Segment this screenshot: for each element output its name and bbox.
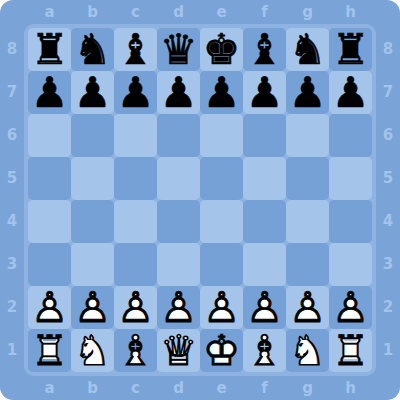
rank-labels-left: 87654321 xyxy=(0,28,24,372)
black-queen[interactable]: ♛ xyxy=(157,28,200,71)
square-c4[interactable] xyxy=(114,200,157,243)
square-b8[interactable]: ♞ xyxy=(71,28,114,71)
square-c7[interactable]: ♟ xyxy=(114,71,157,114)
black-pawn[interactable]: ♟ xyxy=(157,71,200,114)
rank-label-2-right: 2 xyxy=(376,286,400,329)
rank-label-3-right: 3 xyxy=(376,243,400,286)
square-f6[interactable] xyxy=(243,114,286,157)
white-piece-outline-glyph: ♖ xyxy=(329,329,372,372)
white-piece-outline-glyph: ♙ xyxy=(114,286,157,329)
white-pawn[interactable]: ♟♙ xyxy=(243,286,286,329)
file-label-b-bottom: b xyxy=(71,376,114,400)
square-a2[interactable]: ♟♙ xyxy=(28,286,71,329)
square-e2[interactable]: ♟♙ xyxy=(200,286,243,329)
black-pawn[interactable]: ♟ xyxy=(200,71,243,114)
white-piece-outline-glyph: ♙ xyxy=(28,286,71,329)
square-e7[interactable]: ♟ xyxy=(200,71,243,114)
chess-board[interactable]: ♜♞♝♛♚♝♞♜♟♟♟♟♟♟♟♟♟♙♟♙♟♙♟♙♟♙♟♙♟♙♟♙♜♖♞♘♝♗♛♕… xyxy=(28,28,372,372)
black-pawn[interactable]: ♟ xyxy=(329,71,372,114)
square-h2[interactable]: ♟♙ xyxy=(329,286,372,329)
white-queen[interactable]: ♛♕ xyxy=(157,329,200,372)
file-label-c-top: c xyxy=(114,0,157,24)
square-g4[interactable] xyxy=(286,200,329,243)
rank-label-2-left: 2 xyxy=(0,286,24,329)
black-piece-glyph: ♟ xyxy=(114,71,157,114)
white-piece-outline-glyph: ♙ xyxy=(329,286,372,329)
file-label-c-bottom: c xyxy=(114,376,157,400)
square-a6[interactable] xyxy=(28,114,71,157)
file-label-f-top: f xyxy=(243,0,286,24)
black-bishop[interactable]: ♝ xyxy=(243,28,286,71)
square-b4[interactable] xyxy=(71,200,114,243)
square-e6[interactable] xyxy=(200,114,243,157)
white-piece-outline-glyph: ♖ xyxy=(28,329,71,372)
rank-label-1-left: 1 xyxy=(0,329,24,372)
square-h3[interactable] xyxy=(329,243,372,286)
white-knight[interactable]: ♞♘ xyxy=(71,329,114,372)
rank-labels-right: 87654321 xyxy=(376,28,400,372)
white-pawn[interactable]: ♟♙ xyxy=(200,286,243,329)
square-d8[interactable]: ♛ xyxy=(157,28,200,71)
black-knight[interactable]: ♞ xyxy=(286,28,329,71)
rank-label-5-left: 5 xyxy=(0,157,24,200)
file-label-h-bottom: h xyxy=(329,376,372,400)
square-h4[interactable] xyxy=(329,200,372,243)
white-bishop[interactable]: ♝♗ xyxy=(243,329,286,372)
square-g6[interactable] xyxy=(286,114,329,157)
rank-label-5-right: 5 xyxy=(376,157,400,200)
square-f2[interactable]: ♟♙ xyxy=(243,286,286,329)
square-c5[interactable] xyxy=(114,157,157,200)
rank-label-4-right: 4 xyxy=(376,200,400,243)
square-b3[interactable] xyxy=(71,243,114,286)
white-rook[interactable]: ♜♖ xyxy=(329,329,372,372)
file-labels-bottom: abcdefgh xyxy=(28,376,372,400)
black-pawn[interactable]: ♟ xyxy=(71,71,114,114)
square-h7[interactable]: ♟ xyxy=(329,71,372,114)
black-piece-glyph: ♜ xyxy=(329,28,372,71)
black-king[interactable]: ♚ xyxy=(200,28,243,71)
rank-label-8-right: 8 xyxy=(376,28,400,71)
rank-label-3-left: 3 xyxy=(0,243,24,286)
square-d7[interactable]: ♟ xyxy=(157,71,200,114)
white-pawn[interactable]: ♟♙ xyxy=(114,286,157,329)
black-piece-glyph: ♟ xyxy=(28,71,71,114)
square-a1[interactable]: ♜♖ xyxy=(28,329,71,372)
square-b1[interactable]: ♞♘ xyxy=(71,329,114,372)
square-c8[interactable]: ♝ xyxy=(114,28,157,71)
rank-label-6-left: 6 xyxy=(0,114,24,157)
square-h8[interactable]: ♜ xyxy=(329,28,372,71)
square-b6[interactable] xyxy=(71,114,114,157)
square-f4[interactable] xyxy=(243,200,286,243)
file-label-g-bottom: g xyxy=(286,376,329,400)
black-piece-glyph: ♝ xyxy=(114,28,157,71)
black-bishop[interactable]: ♝ xyxy=(114,28,157,71)
square-a4[interactable] xyxy=(28,200,71,243)
file-labels-top: abcdefgh xyxy=(28,0,372,24)
rank-label-7-left: 7 xyxy=(0,71,24,114)
square-b7[interactable]: ♟ xyxy=(71,71,114,114)
black-pawn[interactable]: ♟ xyxy=(114,71,157,114)
square-f3[interactable] xyxy=(243,243,286,286)
rank-label-8-left: 8 xyxy=(0,28,24,71)
square-d2[interactable]: ♟♙ xyxy=(157,286,200,329)
black-knight[interactable]: ♞ xyxy=(71,28,114,71)
black-piece-glyph: ♟ xyxy=(200,71,243,114)
square-f1[interactable]: ♝♗ xyxy=(243,329,286,372)
black-rook[interactable]: ♜ xyxy=(28,28,71,71)
black-piece-glyph: ♜ xyxy=(28,28,71,71)
white-king[interactable]: ♚♔ xyxy=(200,329,243,372)
white-pawn[interactable]: ♟♙ xyxy=(71,286,114,329)
square-a7[interactable]: ♟ xyxy=(28,71,71,114)
square-h6[interactable] xyxy=(329,114,372,157)
white-pawn[interactable]: ♟♙ xyxy=(28,286,71,329)
rank-label-6-right: 6 xyxy=(376,114,400,157)
white-piece-outline-glyph: ♙ xyxy=(243,286,286,329)
file-label-a-top: a xyxy=(28,0,71,24)
square-g8[interactable]: ♞ xyxy=(286,28,329,71)
white-piece-outline-glyph: ♙ xyxy=(71,286,114,329)
white-piece-outline-glyph: ♙ xyxy=(286,286,329,329)
white-knight[interactable]: ♞♘ xyxy=(286,329,329,372)
board-frame-rim: ♜♞♝♛♚♝♞♜♟♟♟♟♟♟♟♟♟♙♟♙♟♙♟♙♟♙♟♙♟♙♟♙♜♖♞♘♝♗♛♕… xyxy=(24,24,376,376)
square-d6[interactable] xyxy=(157,114,200,157)
white-pawn[interactable]: ♟♙ xyxy=(286,286,329,329)
square-d3[interactable] xyxy=(157,243,200,286)
black-piece-glyph: ♝ xyxy=(243,28,286,71)
square-a5[interactable] xyxy=(28,157,71,200)
rank-label-4-left: 4 xyxy=(0,200,24,243)
black-piece-glyph: ♞ xyxy=(286,28,329,71)
square-a8[interactable]: ♜ xyxy=(28,28,71,71)
white-piece-outline-glyph: ♗ xyxy=(243,329,286,372)
black-piece-glyph: ♟ xyxy=(243,71,286,114)
square-c6[interactable] xyxy=(114,114,157,157)
square-e1[interactable]: ♚♔ xyxy=(200,329,243,372)
square-g2[interactable]: ♟♙ xyxy=(286,286,329,329)
black-pawn[interactable]: ♟ xyxy=(243,71,286,114)
square-g1[interactable]: ♞♘ xyxy=(286,329,329,372)
file-label-d-bottom: d xyxy=(157,376,200,400)
black-piece-glyph: ♟ xyxy=(329,71,372,114)
file-label-e-bottom: e xyxy=(200,376,243,400)
white-piece-outline-glyph: ♘ xyxy=(71,329,114,372)
square-d1[interactable]: ♛♕ xyxy=(157,329,200,372)
square-e4[interactable] xyxy=(200,200,243,243)
file-label-h-top: h xyxy=(329,0,372,24)
square-g5[interactable] xyxy=(286,157,329,200)
square-c3[interactable] xyxy=(114,243,157,286)
square-d4[interactable] xyxy=(157,200,200,243)
file-label-a-bottom: a xyxy=(28,376,71,400)
file-label-d-top: d xyxy=(157,0,200,24)
file-label-b-top: b xyxy=(71,0,114,24)
white-bishop[interactable]: ♝♗ xyxy=(114,329,157,372)
white-piece-outline-glyph: ♔ xyxy=(200,329,243,372)
square-h1[interactable]: ♜♖ xyxy=(329,329,372,372)
white-piece-outline-glyph: ♙ xyxy=(200,286,243,329)
square-b2[interactable]: ♟♙ xyxy=(71,286,114,329)
black-pawn[interactable]: ♟ xyxy=(286,71,329,114)
square-f7[interactable]: ♟ xyxy=(243,71,286,114)
square-e5[interactable] xyxy=(200,157,243,200)
square-e8[interactable]: ♚ xyxy=(200,28,243,71)
file-label-e-top: e xyxy=(200,0,243,24)
square-c1[interactable]: ♝♗ xyxy=(114,329,157,372)
black-piece-glyph: ♛ xyxy=(157,28,200,71)
white-piece-outline-glyph: ♘ xyxy=(286,329,329,372)
square-d5[interactable] xyxy=(157,157,200,200)
black-piece-glyph: ♚ xyxy=(200,28,243,71)
black-piece-glyph: ♟ xyxy=(71,71,114,114)
square-b5[interactable] xyxy=(71,157,114,200)
square-g3[interactable] xyxy=(286,243,329,286)
square-h5[interactable] xyxy=(329,157,372,200)
square-g7[interactable]: ♟ xyxy=(286,71,329,114)
white-piece-outline-glyph: ♗ xyxy=(114,329,157,372)
white-pawn[interactable]: ♟♙ xyxy=(157,286,200,329)
black-pawn[interactable]: ♟ xyxy=(28,71,71,114)
white-piece-outline-glyph: ♙ xyxy=(157,286,200,329)
square-f8[interactable]: ♝ xyxy=(243,28,286,71)
black-piece-glyph: ♟ xyxy=(286,71,329,114)
white-pawn[interactable]: ♟♙ xyxy=(329,286,372,329)
rank-label-1-right: 1 xyxy=(376,329,400,372)
square-c2[interactable]: ♟♙ xyxy=(114,286,157,329)
file-label-g-top: g xyxy=(286,0,329,24)
white-rook[interactable]: ♜♖ xyxy=(28,329,71,372)
square-f5[interactable] xyxy=(243,157,286,200)
square-a3[interactable] xyxy=(28,243,71,286)
square-e3[interactable] xyxy=(200,243,243,286)
black-piece-glyph: ♟ xyxy=(157,71,200,114)
black-piece-glyph: ♞ xyxy=(71,28,114,71)
chess-board-window: abcdefgh abcdefgh 87654321 87654321 ♜♞♝♛… xyxy=(0,0,400,400)
file-label-f-bottom: f xyxy=(243,376,286,400)
rank-label-7-right: 7 xyxy=(376,71,400,114)
black-rook[interactable]: ♜ xyxy=(329,28,372,71)
white-piece-outline-glyph: ♕ xyxy=(157,329,200,372)
